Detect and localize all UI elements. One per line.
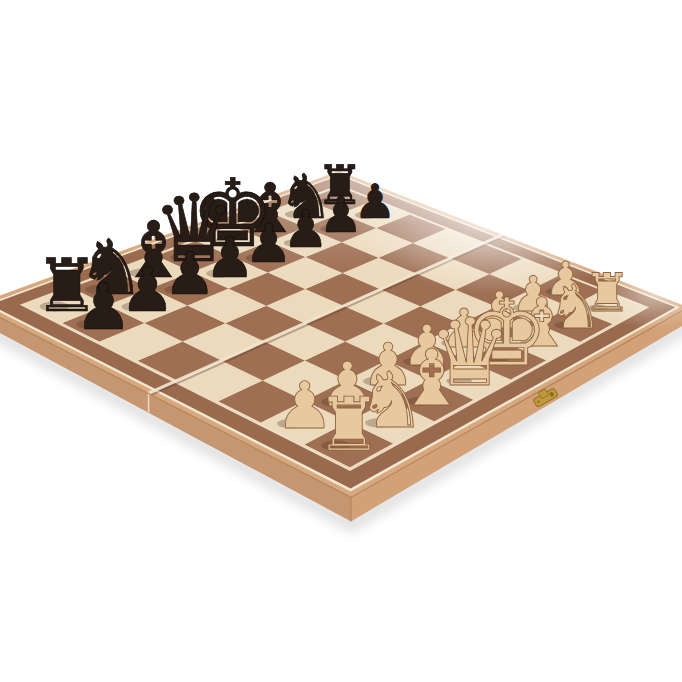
chess-set-photo: ♜♞♟♝♟♚♟♛♟♝♟♞♟♟♜♟♟♜♟♟♞♟♝♚♟♛♟♝♟♞♟♜ <box>0 0 682 682</box>
piece-white-rook-a1[interactable]: ♜ <box>316 381 382 467</box>
piece-black-pawn-a7[interactable]: ♟ <box>75 269 133 344</box>
chess-board: ♜♞♟♝♟♚♟♛♟♝♟♞♟♟♜♟♟♜♟♟♞♟♝♚♟♛♟♝♟♞♟♜ <box>0 0 682 682</box>
